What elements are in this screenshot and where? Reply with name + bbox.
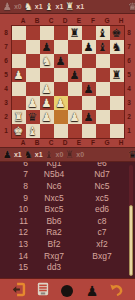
- black-pawn: ♟: [69, 68, 79, 82]
- white-move[interactable]: Nxc5: [30, 193, 78, 203]
- black-move[interactable]: c7: [78, 227, 126, 237]
- white-move[interactable]: Nc6: [30, 181, 78, 191]
- move-row[interactable]: 15dd3: [0, 261, 135, 273]
- captured-knight-counter: ♞x1: [24, 0, 43, 13]
- coordinate-label: B: [30, 17, 44, 25]
- move-number: 13: [0, 239, 30, 249]
- capture-count: x1: [35, 0, 43, 13]
- square-b6[interactable]: [26, 54, 40, 68]
- coordinate-label: F: [86, 139, 100, 147]
- white-pawn: ♟: [55, 96, 65, 110]
- captured-queen-counter: ♛: [128, 0, 135, 13]
- square-f2[interactable]: ♟: [82, 110, 96, 124]
- square-a7[interactable]: [12, 40, 26, 54]
- black-pawn: ♟: [83, 110, 93, 124]
- captured-white-pieces-bar: ♟x0♞x1♝x1♜x1♛: [0, 0, 135, 14]
- black-move[interactable]: ed6: [78, 204, 126, 214]
- square-f3[interactable]: [82, 96, 96, 110]
- scrollbar-thumb[interactable]: [129, 205, 133, 276]
- coordinate-label: 2: [2, 110, 11, 124]
- white-bishop: ♝: [27, 124, 37, 138]
- coordinate-label: A: [16, 139, 30, 147]
- square-g5[interactable]: [96, 68, 110, 82]
- black-rook: ♜: [69, 26, 79, 40]
- coordinate-label: 7: [2, 40, 11, 54]
- coordinate-label: G: [100, 139, 114, 147]
- coordinate-label: 7: [125, 40, 134, 54]
- bottom-toolbar: ♟: [0, 278, 135, 300]
- square-b4[interactable]: [26, 82, 40, 96]
- white-pawn: ♟: [13, 68, 23, 82]
- square-e1[interactable]: [68, 124, 82, 138]
- square-h6[interactable]: [110, 54, 124, 68]
- move-row[interactable]: 6Kg1e6: [0, 162, 135, 169]
- square-a1[interactable]: ♚: [12, 124, 26, 138]
- capture-count: x1: [14, 148, 22, 161]
- square-d5[interactable]: [54, 68, 68, 82]
- square-e2[interactable]: ♟: [68, 110, 82, 124]
- coordinate-label: 1: [2, 124, 11, 138]
- square-h5[interactable]: ♜: [110, 68, 124, 82]
- coordinate-label: B: [30, 139, 44, 147]
- white-move[interactable]: Bf2: [30, 239, 78, 249]
- white-move[interactable]: N5b4: [30, 169, 78, 179]
- coordinate-label: G: [100, 17, 114, 25]
- black-move[interactable]: Bxg7: [78, 251, 126, 261]
- coordinate-label: H: [114, 17, 128, 25]
- capture-count: x0: [14, 0, 22, 13]
- captured-bishop-counter: ♝x0: [45, 148, 64, 161]
- black-move[interactable]: Nd7: [78, 169, 126, 179]
- knight-icon: ♞: [24, 0, 33, 13]
- square-g4[interactable]: [96, 82, 110, 96]
- capture-count: x1: [76, 0, 84, 13]
- square-f5[interactable]: [82, 68, 96, 82]
- move-row[interactable]: 9Nxc5xc5: [0, 192, 135, 204]
- square-d6[interactable]: ♟: [54, 54, 68, 68]
- black-move[interactable]: xf2: [78, 239, 126, 249]
- coordinate-label: 6: [2, 54, 11, 68]
- chess-board: ABCDEFGH 87654321 ♜♝♚♟♟♝♞♞♟♟♟♜♟♟♟♟♟♜♛♟♟♟…: [0, 14, 135, 147]
- move-sheet-button[interactable]: [35, 283, 51, 299]
- black-pawn: ♟: [83, 82, 93, 96]
- square-c2[interactable]: ♟: [40, 110, 54, 124]
- white-move[interactable]: Rxg7: [30, 251, 78, 261]
- coordinate-label: 3: [125, 96, 134, 110]
- black-move[interactable]: c8: [78, 216, 126, 226]
- coordinate-label: C: [44, 139, 58, 147]
- square-c7[interactable]: ♟: [40, 40, 54, 54]
- black-pawn: ♟: [41, 40, 51, 54]
- black-bishop: ♝: [97, 40, 107, 54]
- undo-arrow-icon: [109, 282, 124, 300]
- file-labels-bottom: ABCDEFGH: [16, 139, 128, 147]
- black-bishop: ♝: [97, 26, 107, 40]
- rook-icon: ♜: [65, 0, 74, 13]
- white-knight: ♞: [41, 54, 51, 68]
- knight-icon: ♞: [24, 148, 33, 161]
- black-pawn-icon: ♟: [86, 283, 99, 299]
- square-f7[interactable]: ♟: [82, 40, 96, 54]
- square-g2[interactable]: [96, 110, 110, 124]
- black-circle-icon: [61, 285, 73, 297]
- move-row[interactable]: 13Bf2xf2: [0, 238, 135, 250]
- rank-labels-right: 87654321: [125, 25, 134, 139]
- square-g7[interactable]: ♝: [96, 40, 110, 54]
- square-h8[interactable]: ♚: [110, 26, 124, 40]
- square-b8[interactable]: [26, 26, 40, 40]
- striped-sheet-icon: [37, 282, 49, 300]
- move-number: 11: [0, 216, 30, 226]
- black-queen: ♛: [27, 110, 37, 124]
- coordinate-label: 2: [125, 110, 134, 124]
- square-c3[interactable]: ♟: [40, 96, 54, 110]
- square-g1[interactable]: [96, 124, 110, 138]
- white-pawn: ♟: [41, 110, 51, 124]
- square-a8[interactable]: [12, 26, 26, 40]
- square-b7[interactable]: [26, 40, 40, 54]
- square-c4[interactable]: ♟: [40, 82, 54, 96]
- captured-knight-counter: ♞x1: [24, 148, 43, 161]
- queen-icon: ♛: [128, 148, 135, 161]
- move-row[interactable]: 8Nc6Nc5: [0, 180, 135, 192]
- coordinate-label: 6: [125, 54, 134, 68]
- square-h4[interactable]: [110, 82, 124, 96]
- move-number: 15: [0, 262, 30, 272]
- square-f1[interactable]: [82, 124, 96, 138]
- coordinate-label: H: [114, 139, 128, 147]
- coordinate-label: E: [72, 139, 86, 147]
- exit-door-arrow-icon: [11, 282, 26, 300]
- captured-black-pieces-bar: ♟x1♞x1♝x0♜x0♛: [0, 147, 135, 162]
- square-d2[interactable]: [54, 110, 68, 124]
- square-c8[interactable]: [40, 26, 54, 40]
- square-b2[interactable]: ♛: [26, 110, 40, 124]
- rank-labels-left: 87654321: [2, 25, 11, 139]
- move-rows: 6Kg1e67N5b4Nd78Nc6Nc59Nxc5xc510Bxc5ed611…: [0, 162, 135, 273]
- black-pawn: ♟: [83, 40, 93, 54]
- undo-button[interactable]: [109, 283, 125, 299]
- black-rook: ♜: [111, 68, 121, 82]
- square-a4[interactable]: [12, 82, 26, 96]
- move-list[interactable]: 6Kg1e67N5b4Nd78Nc6Nc59Nxc5xc510Bxc5ed611…: [0, 162, 135, 278]
- bishop-icon: ♝: [45, 148, 54, 161]
- square-f4[interactable]: ♟: [82, 82, 96, 96]
- captured-rook-counter: ♜x1: [65, 0, 84, 13]
- square-e8[interactable]: ♜: [68, 26, 82, 40]
- move-number: 14: [0, 251, 30, 261]
- square-h2[interactable]: [110, 110, 124, 124]
- move-number: 10: [0, 204, 30, 214]
- move-row[interactable]: 11Bb6c8: [0, 215, 135, 227]
- move-number: 8: [0, 181, 30, 191]
- black-knight: ♞: [111, 40, 121, 54]
- white-pawn: ♟: [27, 96, 37, 110]
- white-rook: ♜: [13, 110, 23, 124]
- square-e6[interactable]: [68, 54, 82, 68]
- square-e3[interactable]: [68, 96, 82, 110]
- move-row[interactable]: 7N5b4Nd7: [0, 169, 135, 181]
- square-a2[interactable]: ♜: [12, 110, 26, 124]
- square-e5[interactable]: ♟: [68, 68, 82, 82]
- capture-count: x1: [35, 148, 43, 161]
- move-number: 9: [0, 193, 30, 203]
- captured-queen-counter: ♛: [128, 148, 135, 161]
- exit-button[interactable]: [10, 283, 26, 299]
- square-h3[interactable]: [110, 96, 124, 110]
- coordinate-label: 5: [2, 68, 11, 82]
- white-move[interactable]: dd3: [30, 262, 78, 272]
- square-d3[interactable]: ♟: [54, 96, 68, 110]
- captured-pawn-counter: ♟x1: [3, 148, 22, 161]
- square-b5[interactable]: [26, 68, 40, 82]
- black-circle-button[interactable]: [59, 283, 75, 299]
- square-f8[interactable]: [82, 26, 96, 40]
- square-c6[interactable]: ♞: [40, 54, 54, 68]
- board-grid: ♜♝♚♟♟♝♞♞♟♟♟♜♟♟♟♟♟♜♛♟♟♟♚♝: [11, 25, 125, 139]
- coordinate-label: 1: [125, 124, 134, 138]
- coordinate-label: E: [72, 17, 86, 25]
- black-king: ♚: [111, 26, 121, 40]
- black-pawn-button[interactable]: ♟: [84, 283, 100, 299]
- queen-icon: ♛: [128, 0, 135, 13]
- captured-rook-counter: ♜x0: [65, 148, 84, 161]
- black-pawn: ♟: [55, 54, 65, 68]
- move-row[interactable]: 14Rxg7Bxg7: [0, 250, 135, 262]
- white-move[interactable]: Bb6: [30, 216, 78, 226]
- square-b3[interactable]: ♟: [26, 96, 40, 110]
- captured-pawn-counter: ♟x0: [3, 0, 22, 13]
- black-move[interactable]: xc5: [78, 193, 126, 203]
- move-number: 7: [0, 169, 30, 179]
- file-labels-top: ABCDEFGH: [16, 17, 128, 25]
- square-a5[interactable]: ♟: [12, 68, 26, 82]
- square-c5[interactable]: [40, 68, 54, 82]
- coordinate-label: 8: [125, 26, 134, 40]
- coordinate-label: 4: [125, 82, 134, 96]
- square-c1[interactable]: [40, 124, 54, 138]
- coordinate-label: 8: [2, 26, 11, 40]
- captured-bishop-counter: ♝x1: [45, 0, 64, 13]
- square-g3[interactable]: [96, 96, 110, 110]
- move-row[interactable]: 10Bxc5ed6: [0, 203, 135, 215]
- bishop-icon: ♝: [45, 0, 54, 13]
- scrollbar-track[interactable]: [129, 165, 133, 276]
- coordinate-label: A: [16, 17, 30, 25]
- square-g6[interactable]: [96, 54, 110, 68]
- square-h1[interactable]: [110, 124, 124, 138]
- move-number: 6: [0, 162, 30, 168]
- square-h7[interactable]: ♞: [110, 40, 124, 54]
- square-d1[interactable]: [54, 124, 68, 138]
- black-move[interactable]: e6: [78, 162, 126, 168]
- square-e7[interactable]: [68, 40, 82, 54]
- white-pawn: ♟: [41, 82, 51, 96]
- square-e4[interactable]: [68, 82, 82, 96]
- white-king: ♚: [13, 124, 23, 138]
- white-pawn: ♟: [69, 110, 79, 124]
- white-move[interactable]: Kg1: [30, 162, 78, 168]
- coordinate-label: D: [58, 139, 72, 147]
- black-move[interactable]: Nc5: [78, 181, 126, 191]
- square-d7[interactable]: [54, 40, 68, 54]
- pawn-icon: ♟: [3, 0, 12, 13]
- square-g8[interactable]: ♝: [96, 26, 110, 40]
- square-b1[interactable]: ♝: [26, 124, 40, 138]
- square-d4[interactable]: [54, 82, 68, 96]
- white-pawn: ♟: [41, 96, 51, 110]
- square-a3[interactable]: [12, 96, 26, 110]
- rook-icon: ♜: [65, 148, 74, 161]
- capture-count: x0: [56, 148, 64, 161]
- square-a6[interactable]: [12, 54, 26, 68]
- coordinate-label: 5: [125, 68, 134, 82]
- coordinate-label: F: [86, 17, 100, 25]
- coordinate-label: 3: [2, 96, 11, 110]
- move-number: 12: [0, 227, 30, 237]
- white-move[interactable]: Bxc5: [30, 204, 78, 214]
- coordinate-label: C: [44, 17, 58, 25]
- white-move[interactable]: Ra2: [30, 227, 78, 237]
- capture-count: x1: [56, 0, 64, 13]
- capture-count: x0: [76, 148, 84, 161]
- square-d8[interactable]: [54, 26, 68, 40]
- pawn-icon: ♟: [3, 148, 12, 161]
- coordinate-label: D: [58, 17, 72, 25]
- coordinate-label: 4: [2, 82, 11, 96]
- square-f6[interactable]: [82, 54, 96, 68]
- move-row[interactable]: 12Ra2c7: [0, 227, 135, 239]
